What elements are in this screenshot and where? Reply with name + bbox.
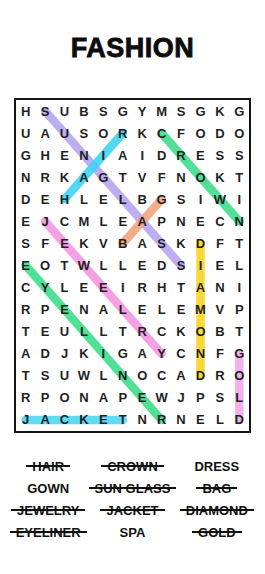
grid-cell-r12c4[interactable]: K (74, 343, 93, 365)
grid-cell-r14c3[interactable]: O (55, 387, 74, 409)
grid-cell-r8c7[interactable]: E (132, 254, 151, 276)
grid-cell-r15c4[interactable]: K (74, 409, 93, 431)
grid-cell-r4c3[interactable]: K (55, 166, 74, 188)
grid-cell-r6c11[interactable]: C (210, 210, 229, 232)
grid-cell-r3c5[interactable]: I (94, 144, 113, 166)
grid-cell-r9c7[interactable]: R (132, 277, 151, 299)
grid-cell-r10c6[interactable]: L (113, 299, 132, 321)
grid-cell-r4c4[interactable]: A (74, 166, 93, 188)
grid-cell-r1c1[interactable]: H (16, 100, 35, 122)
word-item-jacket: JACKET (106, 499, 158, 521)
grid-cell-r15c1[interactable]: J (16, 409, 35, 431)
grid-cell-r8c4[interactable]: W (74, 254, 93, 276)
grid-cell-r2c5[interactable]: O (94, 122, 113, 144)
grid-cell-r10c2[interactable]: P (35, 299, 54, 321)
grid-cell-r11c8[interactable]: C (152, 321, 171, 343)
grid-cell-r2c1[interactable]: U (16, 122, 35, 144)
grid-cell-r3c8[interactable]: D (152, 144, 171, 166)
word-item-crown: CROWN (107, 455, 158, 477)
grid-cell-r1c11[interactable]: K (210, 100, 229, 122)
grid-cell-r1c3[interactable]: U (55, 100, 74, 122)
grid-cell-r11c6[interactable]: T (113, 321, 132, 343)
grid-cell-r7c5[interactable]: V (94, 232, 113, 254)
grid-cell-r8c8[interactable]: D (152, 254, 171, 276)
grid-cell-r14c11[interactable]: S (210, 387, 229, 409)
grid-cell-r12c10[interactable]: N (191, 343, 210, 365)
grid-cell-r2c4[interactable]: S (74, 122, 93, 144)
grid-cell-r10c5[interactable]: A (94, 299, 113, 321)
grid-cell-r12c1[interactable]: A (16, 343, 35, 365)
grid-cell-r13c12[interactable]: O (230, 365, 249, 387)
grid-cell-r12c5[interactable]: I (94, 343, 113, 365)
grid-cell-r6c7[interactable]: A (132, 210, 151, 232)
grid-cell-r5c5[interactable]: E (94, 188, 113, 210)
word-list-column-2: CROWNSUN GLASSJACKETSPA (90, 455, 174, 543)
grid-cell-r12c6[interactable]: G (113, 343, 132, 365)
grid-cell-r14c5[interactable]: A (94, 387, 113, 409)
grid-cell-r4c7[interactable]: V (132, 166, 151, 188)
grid-cell-r11c1[interactable]: T (16, 321, 35, 343)
grid-cell-r10c3[interactable]: E (55, 299, 74, 321)
grid-cell-r1c2[interactable]: S (35, 100, 54, 122)
grid-cell-r2c12[interactable]: O (230, 122, 249, 144)
grid-cell-r12c2[interactable]: D (35, 343, 54, 365)
grid-cell-r5c7[interactable]: B (132, 188, 151, 210)
grid-cell-r7c1[interactable]: S (16, 232, 35, 254)
grid-cell-r8c11[interactable]: E (210, 254, 229, 276)
grid-cell-r12c3[interactable]: J (55, 343, 74, 365)
grid-cell-r13c10[interactable]: D (191, 365, 210, 387)
grid-cell-r6c12[interactable]: N (230, 210, 249, 232)
grid-cell-r1c5[interactable]: S (94, 100, 113, 122)
grid-cell-r7c8[interactable]: S (152, 232, 171, 254)
grid-cell-r11c11[interactable]: B (210, 321, 229, 343)
grid-cell-r4c9[interactable]: N (171, 166, 190, 188)
grid-cell-r2c3[interactable]: U (55, 122, 74, 144)
grid-cell-r10c7[interactable]: E (132, 299, 151, 321)
grid-cell-r11c10[interactable]: O (191, 321, 210, 343)
word-list-column-3: DRESSBAGDIAMONDGOLD (175, 455, 259, 543)
grid-cell-r11c5[interactable]: L (94, 321, 113, 343)
grid-cell-r13c1[interactable]: T (16, 365, 35, 387)
grid-cell-r14c2[interactable]: P (35, 387, 54, 409)
grid-cell-r15c3[interactable]: C (55, 409, 74, 431)
grid-cell-r6c6[interactable]: E (113, 210, 132, 232)
grid-cell-r8c6[interactable]: L (113, 254, 132, 276)
grid-cell-r10c10[interactable]: M (191, 299, 210, 321)
grid-cell-r11c3[interactable]: U (55, 321, 74, 343)
grid-cell-r2c11[interactable]: D (210, 122, 229, 144)
word-item-gown: GOWN (27, 477, 69, 499)
grid-cell-r9c3[interactable]: L (55, 277, 74, 299)
grid-cell-r14c8[interactable]: W (152, 387, 171, 409)
grid-cell-r7c7[interactable]: A (132, 232, 151, 254)
puzzle-title: FASHION (0, 33, 265, 64)
grid-cell-r6c5[interactable]: L (94, 210, 113, 232)
grid-cell-r9c8[interactable]: H (152, 277, 171, 299)
grid-cell-r5c3[interactable]: H (55, 188, 74, 210)
grid-cell-r3c3[interactable]: E (55, 144, 74, 166)
grid-cell-r2c8[interactable]: C (152, 122, 171, 144)
grid-cell-r8c12[interactable]: L (230, 254, 249, 276)
grid-cell-r12c8[interactable]: Y (152, 343, 171, 365)
grid-cell-r12c11[interactable]: F (210, 343, 229, 365)
grid-cell-r14c10[interactable]: P (191, 387, 210, 409)
grid-cell-r7c2[interactable]: F (35, 232, 54, 254)
grid-cell-r9c2[interactable]: Y (35, 277, 54, 299)
grid-cell-r15c8[interactable]: R (152, 409, 171, 431)
grid-cell-r9c10[interactable]: A (191, 277, 210, 299)
grid-cell-r9c9[interactable]: T (171, 277, 190, 299)
grid-cell-r13c2[interactable]: S (35, 365, 54, 387)
letter-grid: HSUBSGYMSGKGUAUSORKCFODOGHENIAIDRESSNRKA… (16, 100, 249, 431)
grid-cell-r7c3[interactable]: E (55, 232, 74, 254)
word-item-diamond: DIAMOND (186, 499, 248, 521)
grid-cell-r15c2[interactable]: A (35, 409, 54, 431)
grid-cell-r3c2[interactable]: H (35, 144, 54, 166)
grid-cell-r1c12[interactable]: G (230, 100, 249, 122)
grid-cell-r5c6[interactable]: L (113, 188, 132, 210)
grid-cell-r3c6[interactable]: A (113, 144, 132, 166)
word-item-eyeliner: EYELINER (16, 521, 81, 543)
grid-cell-r2c9[interactable]: F (171, 122, 190, 144)
grid-cell-r1c8[interactable]: M (152, 100, 171, 122)
word-item-gold: GOLD (198, 521, 236, 543)
grid-cell-r3c7[interactable]: I (132, 144, 151, 166)
grid-cell-r6c10[interactable]: E (191, 210, 210, 232)
grid-cell-r6c9[interactable]: N (171, 210, 190, 232)
grid-cell-r11c4[interactable]: L (74, 321, 93, 343)
grid-cell-r1c9[interactable]: S (171, 100, 190, 122)
grid-cell-r5c2[interactable]: E (35, 188, 54, 210)
grid-cell-r2c7[interactable]: K (132, 122, 151, 144)
grid-cell-r2c6[interactable]: R (113, 122, 132, 144)
grid-cell-r3c4[interactable]: N (74, 144, 93, 166)
grid-cell-r9c11[interactable]: N (210, 277, 229, 299)
word-list: HAIRGOWNJEWELRYEYELINERCROWNSUN GLASSJAC… (0, 455, 265, 543)
grid-cell-r9c12[interactable]: I (230, 277, 249, 299)
grid-cell-r5c12[interactable]: I (230, 188, 249, 210)
grid-cell-r1c4[interactable]: B (74, 100, 93, 122)
grid-cell-r12c7[interactable]: A (132, 343, 151, 365)
grid-cell-r6c2[interactable]: J (35, 210, 54, 232)
grid-cell-r2c2[interactable]: A (35, 122, 54, 144)
grid-cell-r8c2[interactable]: O (35, 254, 54, 276)
grid-cell-r13c8[interactable]: C (152, 365, 171, 387)
word-item-bag: BAG (202, 477, 231, 499)
grid-cell-r15c7[interactable]: N (132, 409, 151, 431)
grid-cell-r6c1[interactable]: E (16, 210, 35, 232)
grid-cell-r14c6[interactable]: P (113, 387, 132, 409)
grid-cell-r8c9[interactable]: S (171, 254, 190, 276)
grid-cell-r9c5[interactable]: E (94, 277, 113, 299)
grid-cell-r9c1[interactable]: C (16, 277, 35, 299)
grid-cell-r1c7[interactable]: Y (132, 100, 151, 122)
grid-cell-r13c9[interactable]: A (171, 365, 190, 387)
word-item-jewelry: JEWELRY (17, 499, 79, 521)
grid-cell-r7c9[interactable]: K (171, 232, 190, 254)
grid-cell-r7c12[interactable]: T (230, 232, 249, 254)
word-item-dress: DRESS (194, 455, 239, 477)
grid-cell-r9c6[interactable]: I (113, 277, 132, 299)
grid-cell-r15c5[interactable]: E (94, 409, 113, 431)
grid-cell-r11c9[interactable]: K (171, 321, 190, 343)
grid-cell-r5c1[interactable]: D (16, 188, 35, 210)
grid-cell-r11c2[interactable]: E (35, 321, 54, 343)
grid-cell-r15c11[interactable]: L (210, 409, 229, 431)
grid-cell-r2c10[interactable]: O (191, 122, 210, 144)
grid-cell-r5c11[interactable]: W (210, 188, 229, 210)
grid-cell-r13c4[interactable]: W (74, 365, 93, 387)
word-item-hair: HAIR (32, 455, 64, 477)
grid-cell-r8c3[interactable]: T (55, 254, 74, 276)
grid-cell-r13c6[interactable]: N (113, 365, 132, 387)
grid-cell-r13c5[interactable]: L (94, 365, 113, 387)
grid-cell-r4c12[interactable]: T (230, 166, 249, 188)
grid-cell-r13c11[interactable]: R (210, 365, 229, 387)
grid-cell-r15c10[interactable]: E (191, 409, 210, 431)
grid-cell-r4c11[interactable]: K (210, 166, 229, 188)
grid-cell-r14c12[interactable]: L (230, 387, 249, 409)
grid-cell-r10c11[interactable]: V (210, 299, 229, 321)
word-item-spa: SPA (120, 521, 146, 543)
word-list-column-1: HAIRGOWNJEWELRYEYELINER (6, 455, 90, 543)
grid-cell-r3c9[interactable]: R (171, 144, 190, 166)
grid-cell-r13c7[interactable]: O (132, 365, 151, 387)
grid-cell-r4c10[interactable]: O (191, 166, 210, 188)
grid-cell-r3c1[interactable]: G (16, 144, 35, 166)
grid-cell-r4c6[interactable]: T (113, 166, 132, 188)
grid-cell-r7c10[interactable]: D (191, 232, 210, 254)
grid-cell-r15c12[interactable]: D (230, 409, 249, 431)
grid-cell-r9c4[interactable]: E (74, 277, 93, 299)
grid-cell-r10c8[interactable]: L (152, 299, 171, 321)
word-item-sun-glass: SUN GLASS (95, 477, 171, 499)
grid-cell-r8c10[interactable]: I (191, 254, 210, 276)
grid-cell-r3c10[interactable]: E (191, 144, 210, 166)
grid-cell-r10c1[interactable]: R (16, 299, 35, 321)
grid-cell-r15c6[interactable]: T (113, 409, 132, 431)
grid-cell-r10c4[interactable]: N (74, 299, 93, 321)
grid-cell-r3c11[interactable]: S (210, 144, 229, 166)
grid-cell-r10c9[interactable]: E (171, 299, 190, 321)
grid-cell-r11c7[interactable]: R (132, 321, 151, 343)
grid-cell-r14c4[interactable]: N (74, 387, 93, 409)
grid-cell-r14c1[interactable]: R (16, 387, 35, 409)
grid-cell-r8c5[interactable]: L (94, 254, 113, 276)
grid-cell-r12c9[interactable]: C (171, 343, 190, 365)
grid-cell-r5c8[interactable]: G (152, 188, 171, 210)
grid-cell-r4c1[interactable]: N (16, 166, 35, 188)
grid-cell-r1c10[interactable]: G (191, 100, 210, 122)
grid-cell-r14c7[interactable]: E (132, 387, 151, 409)
grid-cell-r7c11[interactable]: F (210, 232, 229, 254)
grid-cell-r7c6[interactable]: B (113, 232, 132, 254)
grid-cell-r5c10[interactable]: I (191, 188, 210, 210)
grid-cell-r10c12[interactable]: P (230, 299, 249, 321)
grid-cell-r14c9[interactable]: J (171, 387, 190, 409)
grid-cell-r6c4[interactable]: M (74, 210, 93, 232)
grid-cell-r1c6[interactable]: G (113, 100, 132, 122)
grid-cell-r11c12[interactable]: T (230, 321, 249, 343)
grid-cell-r6c8[interactable]: P (152, 210, 171, 232)
word-search-board[interactable]: HSUBSGYMSGKGUAUSORKCFODOGHENIAIDRESSNRKA… (14, 98, 251, 433)
grid-cell-r8c1[interactable]: E (16, 254, 35, 276)
grid-cell-r4c5[interactable]: G (94, 166, 113, 188)
grid-cell-r6c3[interactable]: C (55, 210, 74, 232)
grid-cell-r13c3[interactable]: U (55, 365, 74, 387)
grid-cell-r4c8[interactable]: F (152, 166, 171, 188)
grid-cell-r15c9[interactable]: N (171, 409, 190, 431)
grid-cell-r7c4[interactable]: K (74, 232, 93, 254)
grid-cell-r5c4[interactable]: L (74, 188, 93, 210)
grid-cell-r12c12[interactable]: G (230, 343, 249, 365)
grid-cell-r5c9[interactable]: S (171, 188, 190, 210)
grid-cell-r4c2[interactable]: R (35, 166, 54, 188)
grid-cell-r3c12[interactable]: S (230, 144, 249, 166)
